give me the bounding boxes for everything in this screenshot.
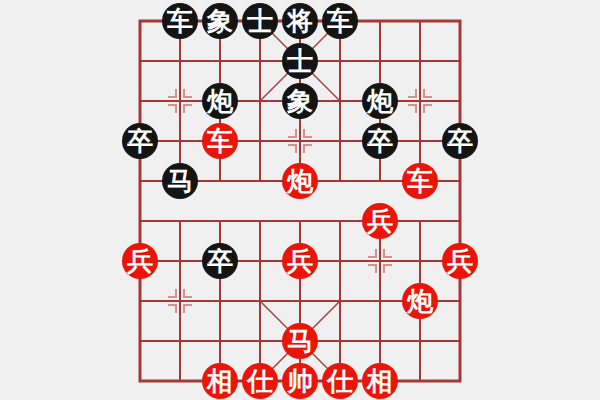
red-advisor[interactable]: 仕 [242, 363, 278, 399]
red-soldier[interactable]: 兵 [362, 203, 398, 239]
black-elephant[interactable]: 象 [202, 3, 238, 39]
black-soldier[interactable]: 卒 [442, 123, 478, 159]
red-soldier[interactable]: 兵 [442, 243, 478, 279]
black-advisor[interactable]: 士 [282, 43, 318, 79]
red-chariot[interactable]: 车 [202, 123, 238, 159]
red-cannon[interactable]: 炮 [402, 283, 438, 319]
black-soldier[interactable]: 卒 [122, 123, 158, 159]
red-chariot[interactable]: 车 [402, 163, 438, 199]
red-cannon[interactable]: 炮 [282, 163, 318, 199]
black-soldier[interactable]: 卒 [362, 123, 398, 159]
black-advisor[interactable]: 士 [242, 3, 278, 39]
black-general[interactable]: 将 [282, 3, 318, 39]
black-cannon[interactable]: 炮 [202, 83, 238, 119]
red-soldier[interactable]: 兵 [122, 243, 158, 279]
black-chariot[interactable]: 车 [322, 3, 358, 39]
red-horse[interactable]: 马 [282, 323, 318, 359]
red-advisor[interactable]: 仕 [322, 363, 358, 399]
black-elephant[interactable]: 象 [282, 83, 318, 119]
red-general[interactable]: 帅 [282, 363, 318, 399]
xiangqi-board[interactable]: 车象士将车士炮象炮卒车卒卒马炮车兵兵卒兵兵炮马相仕帅仕相 [0, 0, 600, 400]
pieces-layer: 车象士将车士炮象炮卒车卒卒马炮车兵兵卒兵兵炮马相仕帅仕相 [0, 0, 600, 400]
black-soldier[interactable]: 卒 [202, 243, 238, 279]
red-elephant[interactable]: 相 [362, 363, 398, 399]
black-cannon[interactable]: 炮 [362, 83, 398, 119]
black-chariot[interactable]: 车 [162, 3, 198, 39]
black-horse[interactable]: 马 [162, 163, 198, 199]
red-soldier[interactable]: 兵 [282, 243, 318, 279]
red-elephant[interactable]: 相 [202, 363, 238, 399]
